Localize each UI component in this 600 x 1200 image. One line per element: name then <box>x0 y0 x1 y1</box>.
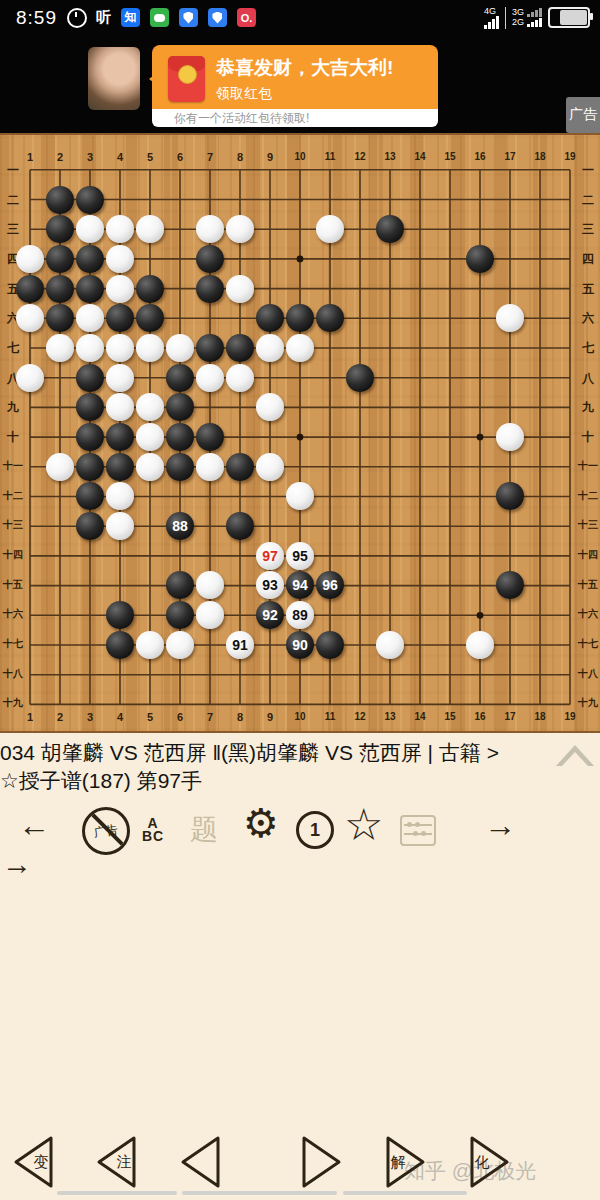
stone-white[interactable] <box>106 482 134 510</box>
stone-black[interactable] <box>196 275 224 303</box>
move-number: 91 <box>232 637 248 653</box>
game-title-line: 034 胡肇麟 VS 范西屏 ‖(黑)胡肇麟 VS 范西屏 | 古籍 > <box>0 739 499 767</box>
undo-arrow-button[interactable]: ← <box>12 807 56 844</box>
favorite-star-button[interactable]: ☆ <box>344 805 383 845</box>
move-number: 90 <box>292 637 308 653</box>
stone-white[interactable]: 89 <box>286 601 314 629</box>
move-number: 96 <box>322 577 338 593</box>
ad-banner[interactable]: 恭喜发财，大吉大利! 领取红包 <box>152 45 438 109</box>
nav-button-label: 化 <box>472 1153 492 1172</box>
stone-white[interactable] <box>16 245 44 273</box>
ad-subtitle: 领取红包 <box>216 85 272 103</box>
move-number: 88 <box>172 518 188 534</box>
stone-black[interactable] <box>76 245 104 273</box>
circled-one-icon: 1 <box>296 811 334 849</box>
stone-white[interactable] <box>106 364 134 392</box>
stone-black[interactable] <box>76 393 104 421</box>
stone-white[interactable] <box>76 215 104 243</box>
stone-black[interactable] <box>136 275 164 303</box>
no-ads-icon: 广告 <box>82 807 130 855</box>
stone-white[interactable] <box>16 304 44 332</box>
listen-app-icon: 听 <box>96 8 111 27</box>
stone-black[interactable]: 92 <box>256 601 284 629</box>
stone-white[interactable] <box>136 215 164 243</box>
gold-coin-icon <box>178 65 197 84</box>
stone-black[interactable] <box>466 245 494 273</box>
nav-button-label: 注 <box>114 1153 134 1172</box>
stone-white[interactable] <box>256 453 284 481</box>
stone-black[interactable] <box>46 245 74 273</box>
ad-tag-badge: 广告 <box>566 97 600 133</box>
no-ads-button[interactable]: 广告 <box>82 807 130 855</box>
stone-white[interactable] <box>196 571 224 599</box>
stone-white[interactable] <box>256 393 284 421</box>
move-number: 97 <box>262 548 278 564</box>
ad-avatar-image[interactable] <box>88 47 140 110</box>
stone-white[interactable] <box>106 215 134 243</box>
nav-button-注[interactable]: 注 <box>92 1133 140 1191</box>
shield-app-icon <box>179 8 198 27</box>
stone-white[interactable] <box>136 334 164 362</box>
move-number: 94 <box>292 577 308 593</box>
ad-title: 恭喜发财，大吉大利! <box>216 55 393 81</box>
status-bar-right: 4G 3G 2G <box>484 7 590 29</box>
stone-black[interactable] <box>166 453 194 481</box>
stone-white[interactable] <box>496 304 524 332</box>
stone-black[interactable] <box>106 631 134 659</box>
stone-black[interactable] <box>196 334 224 362</box>
stone-black[interactable] <box>76 512 104 540</box>
shield-icon <box>212 12 222 24</box>
stone-white[interactable] <box>106 393 134 421</box>
stone-white[interactable] <box>106 512 134 540</box>
stone-white[interactable] <box>16 364 44 392</box>
stone-white[interactable] <box>286 334 314 362</box>
stone-black[interactable] <box>106 453 134 481</box>
stone-white[interactable] <box>166 334 194 362</box>
header-background: 8:59 听 知 O. 4G 3G 2G <box>0 0 600 133</box>
ad-notice-text: 你有一个活动红包待领取! <box>174 110 309 127</box>
stone-black[interactable] <box>196 245 224 273</box>
stone-black[interactable]: 96 <box>316 571 344 599</box>
stone-black[interactable] <box>226 512 254 540</box>
move-number: 89 <box>292 607 308 623</box>
nav-button-label: 变 <box>31 1153 51 1172</box>
stone-white[interactable] <box>106 245 134 273</box>
red-envelope-icon <box>168 56 205 102</box>
battery-icon <box>548 7 590 28</box>
stone-white[interactable] <box>166 631 194 659</box>
move-number: 92 <box>262 607 278 623</box>
chat-bubble-icon <box>154 14 165 22</box>
network-4g-label: 4G <box>484 7 496 16</box>
stone-white[interactable] <box>46 453 74 481</box>
stone-black[interactable] <box>106 423 134 451</box>
stone-black[interactable] <box>16 275 44 303</box>
stone-white[interactable] <box>106 334 134 362</box>
collapse-panel-button[interactable] <box>556 745 594 766</box>
stone-white[interactable] <box>76 334 104 362</box>
stone-black[interactable] <box>316 304 344 332</box>
stone-black[interactable] <box>226 334 254 362</box>
signal-bars-4g <box>484 16 499 29</box>
stone-white[interactable] <box>286 482 314 510</box>
stone-black[interactable] <box>376 215 404 243</box>
divider-bar <box>343 1191 467 1195</box>
stone-black[interactable] <box>226 453 254 481</box>
clock-time: 8:59 <box>16 7 57 29</box>
nav-button-label: 解 <box>388 1153 408 1172</box>
stone-black[interactable] <box>46 186 74 214</box>
status-bar: 8:59 听 知 O. 4G 3G 2G <box>0 0 600 35</box>
status-separator <box>505 7 506 29</box>
stone-white[interactable]: 91 <box>226 631 254 659</box>
stone-black[interactable] <box>76 453 104 481</box>
stone-white[interactable] <box>226 364 254 392</box>
stone-black[interactable] <box>76 275 104 303</box>
nav-button-变[interactable]: 变 <box>9 1133 57 1191</box>
stone-black[interactable] <box>76 423 104 451</box>
nav-button-next[interactable] <box>298 1133 346 1191</box>
divider-bar <box>182 1191 337 1195</box>
abc-icon: ABC <box>142 817 164 843</box>
stone-black[interactable] <box>76 186 104 214</box>
stone-white[interactable] <box>196 453 224 481</box>
go-board[interactable]: 1122334455667788991010111112121313141415… <box>0 133 600 733</box>
stone-white[interactable] <box>106 275 134 303</box>
stone-black[interactable] <box>46 304 74 332</box>
stone-black[interactable] <box>46 215 74 243</box>
problems-button[interactable]: 题 <box>190 811 218 849</box>
signal-bars-2g <box>527 18 542 27</box>
abacus-icon <box>400 815 436 846</box>
red-app-icon: O. <box>237 8 256 27</box>
stone-white[interactable] <box>376 631 404 659</box>
stone-white[interactable] <box>136 423 164 451</box>
stone-black[interactable] <box>256 304 284 332</box>
stone-white[interactable] <box>136 393 164 421</box>
stone-black[interactable] <box>166 364 194 392</box>
move-number: 95 <box>292 548 308 564</box>
stone-black[interactable] <box>286 304 314 332</box>
stone-white[interactable] <box>76 304 104 332</box>
stone-black[interactable]: 90 <box>286 631 314 659</box>
bottom-navigation: 知乎 @北极光 变注解化 <box>0 1125 600 1200</box>
divider-bar <box>57 1191 177 1195</box>
stone-black[interactable] <box>496 571 524 599</box>
toolbar: ← 广告 ABC 题 ⚙ 1 ☆ → → <box>0 795 600 885</box>
stone-white[interactable] <box>136 631 164 659</box>
zhihu-app-icon: 知 <box>121 8 140 27</box>
nav-button-解[interactable]: 解 <box>382 1133 430 1191</box>
stone-black[interactable] <box>166 571 194 599</box>
move-number: 93 <box>262 577 278 593</box>
game-subtitle-line: ☆授子谱(187) 第97手 <box>0 767 202 795</box>
stone-black[interactable] <box>166 423 194 451</box>
redo-arrow-button[interactable]: → <box>478 807 522 844</box>
nav-button-化[interactable]: 化 <box>466 1133 514 1191</box>
stone-black[interactable] <box>166 601 194 629</box>
stone-black[interactable] <box>46 275 74 303</box>
stone-black[interactable]: 88 <box>166 512 194 540</box>
alarm-icon <box>67 8 87 28</box>
nav-button-prev[interactable] <box>176 1133 224 1191</box>
stone-black[interactable] <box>346 364 374 392</box>
settings-gear-button[interactable]: ⚙ <box>243 803 279 843</box>
stone-white[interactable] <box>226 275 254 303</box>
stone-black[interactable] <box>106 304 134 332</box>
stone-white[interactable]: 97 <box>256 542 284 570</box>
secondary-arrow[interactable]: → <box>2 847 32 881</box>
stone-black[interactable] <box>496 482 524 510</box>
ad-notice[interactable]: 你有一个活动红包待领取! <box>152 109 438 127</box>
shield-app-icon-2 <box>208 8 227 27</box>
stone-white[interactable] <box>196 364 224 392</box>
stone-white[interactable]: 95 <box>286 542 314 570</box>
stone-white[interactable] <box>256 334 284 362</box>
stone-black[interactable] <box>196 423 224 451</box>
stone-grid[interactable]: 88979593949692899190 <box>15 155 585 719</box>
stone-black[interactable] <box>106 601 134 629</box>
stone-white[interactable] <box>136 453 164 481</box>
stone-white[interactable] <box>466 631 494 659</box>
stone-white[interactable] <box>196 215 224 243</box>
game-info-bar: 034 胡肇麟 VS 范西屏 ‖(黑)胡肇麟 VS 范西屏 | 古籍 > ☆授子… <box>0 733 600 795</box>
stone-black[interactable] <box>76 364 104 392</box>
stone-black[interactable] <box>166 393 194 421</box>
network-3g-label: 3G <box>512 8 524 17</box>
stone-black[interactable] <box>136 304 164 332</box>
chat-app-icon <box>150 8 169 27</box>
letters-button[interactable]: ABC <box>142 817 164 843</box>
stone-black[interactable] <box>76 482 104 510</box>
signal-bars-3g <box>527 8 542 17</box>
stone-black[interactable]: 94 <box>286 571 314 599</box>
shield-icon <box>183 12 193 24</box>
counting-button[interactable] <box>400 815 436 846</box>
move-numbers-button[interactable]: 1 <box>296 811 334 849</box>
stone-white[interactable]: 93 <box>256 571 284 599</box>
stone-white[interactable] <box>46 334 74 362</box>
stone-white[interactable] <box>316 215 344 243</box>
stone-white[interactable] <box>226 215 254 243</box>
stone-black[interactable] <box>316 631 344 659</box>
network-2g-label: 2G <box>512 18 524 27</box>
stone-white[interactable] <box>496 423 524 451</box>
stone-white[interactable] <box>196 601 224 629</box>
